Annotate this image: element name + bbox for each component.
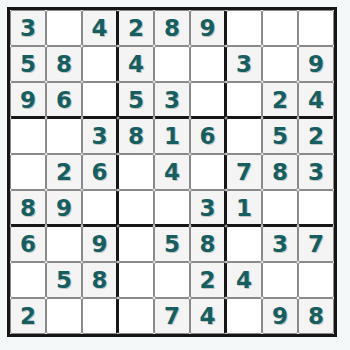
cell-r2c9: 9 — [298, 46, 334, 82]
cell-r5c3: 6 — [82, 154, 118, 190]
cell-r8c2: 5 — [46, 262, 82, 298]
cell-r4c7[interactable] — [226, 118, 262, 154]
cell-r2c7: 3 — [226, 46, 262, 82]
cell-r9c8: 9 — [262, 298, 298, 334]
cell-r3c6[interactable] — [190, 82, 226, 118]
cell-r8c3: 8 — [82, 262, 118, 298]
cell-r4c6: 6 — [190, 118, 226, 154]
cell-r4c3: 3 — [82, 118, 118, 154]
cell-r4c1[interactable] — [10, 118, 46, 154]
cell-r5c8: 8 — [262, 154, 298, 190]
cell-r8c8[interactable] — [262, 262, 298, 298]
cell-r7c7[interactable] — [226, 226, 262, 262]
cell-r5c4[interactable] — [118, 154, 154, 190]
cell-r7c8: 3 — [262, 226, 298, 262]
cell-r6c5[interactable] — [154, 190, 190, 226]
cell-r1c1: 3 — [10, 10, 46, 46]
cell-r1c6: 9 — [190, 10, 226, 46]
cell-r6c7: 1 — [226, 190, 262, 226]
cell-r3c4: 5 — [118, 82, 154, 118]
cell-r3c7[interactable] — [226, 82, 262, 118]
cell-r5c5: 4 — [154, 154, 190, 190]
cell-r8c7: 4 — [226, 262, 262, 298]
cell-r6c1: 8 — [10, 190, 46, 226]
cell-r1c4: 2 — [118, 10, 154, 46]
cell-r8c6: 2 — [190, 262, 226, 298]
cell-r7c4[interactable] — [118, 226, 154, 262]
cell-r2c2: 8 — [46, 46, 82, 82]
cell-r9c1: 2 — [10, 298, 46, 334]
cell-r9c6: 4 — [190, 298, 226, 334]
cell-r9c5: 7 — [154, 298, 190, 334]
cell-r9c9: 8 — [298, 298, 334, 334]
cell-r3c2: 6 — [46, 82, 82, 118]
cell-r1c2[interactable] — [46, 10, 82, 46]
cell-r6c3[interactable] — [82, 190, 118, 226]
cell-r3c1: 9 — [10, 82, 46, 118]
cell-r9c3[interactable] — [82, 298, 118, 334]
cell-r4c2[interactable] — [46, 118, 82, 154]
cell-r2c8[interactable] — [262, 46, 298, 82]
cell-r2c3[interactable] — [82, 46, 118, 82]
cell-r6c8[interactable] — [262, 190, 298, 226]
cell-r1c9[interactable] — [298, 10, 334, 46]
cell-r5c6[interactable] — [190, 154, 226, 190]
cell-r1c8[interactable] — [262, 10, 298, 46]
cell-r7c3: 9 — [82, 226, 118, 262]
cell-r9c4[interactable] — [118, 298, 154, 334]
cell-r6c2: 9 — [46, 190, 82, 226]
cell-r1c3: 4 — [82, 10, 118, 46]
cell-r2c4: 4 — [118, 46, 154, 82]
sudoku-board: 3428958439965324381652264783893169583758… — [7, 7, 337, 337]
cell-r5c2: 2 — [46, 154, 82, 190]
cell-r6c6: 3 — [190, 190, 226, 226]
cell-r3c8: 2 — [262, 82, 298, 118]
cell-r8c5[interactable] — [154, 262, 190, 298]
cell-r9c2[interactable] — [46, 298, 82, 334]
cell-r9c7[interactable] — [226, 298, 262, 334]
cell-r5c1[interactable] — [10, 154, 46, 190]
cell-r2c5[interactable] — [154, 46, 190, 82]
cell-r4c5: 1 — [154, 118, 190, 154]
cell-r4c4: 8 — [118, 118, 154, 154]
cell-r3c5: 3 — [154, 82, 190, 118]
cell-r6c9[interactable] — [298, 190, 334, 226]
cell-r7c6: 8 — [190, 226, 226, 262]
cell-r7c5: 5 — [154, 226, 190, 262]
cell-r8c1[interactable] — [10, 262, 46, 298]
cell-r1c7[interactable] — [226, 10, 262, 46]
cell-r7c2[interactable] — [46, 226, 82, 262]
cell-r7c1: 6 — [10, 226, 46, 262]
cell-r6c4[interactable] — [118, 190, 154, 226]
cell-r1c5: 8 — [154, 10, 190, 46]
cell-r4c8: 5 — [262, 118, 298, 154]
cell-r8c4[interactable] — [118, 262, 154, 298]
cell-r5c9: 3 — [298, 154, 334, 190]
cell-r3c3[interactable] — [82, 82, 118, 118]
cell-r5c7: 7 — [226, 154, 262, 190]
cell-r2c1: 5 — [10, 46, 46, 82]
cell-r8c9[interactable] — [298, 262, 334, 298]
cell-r2c6[interactable] — [190, 46, 226, 82]
cell-r3c9: 4 — [298, 82, 334, 118]
cell-r7c9: 7 — [298, 226, 334, 262]
cell-r4c9: 2 — [298, 118, 334, 154]
page: 3428958439965324381652264783893169583758… — [0, 0, 350, 350]
